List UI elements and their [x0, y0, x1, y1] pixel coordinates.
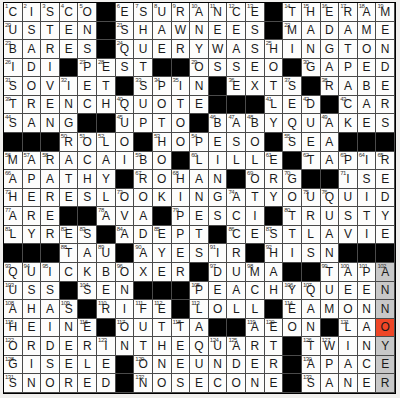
- grid-cell[interactable]: 107Q: [302, 282, 321, 301]
- grid-cell[interactable]: A: [321, 374, 340, 393]
- grid-cell[interactable]: 52L: [97, 133, 116, 152]
- grid-cell[interactable]: O: [153, 374, 172, 393]
- grid-cell[interactable]: 63P: [339, 152, 358, 171]
- grid-cell[interactable]: T: [153, 319, 172, 338]
- grid-cell[interactable]: U: [134, 319, 153, 338]
- grid-cell[interactable]: 11N: [209, 3, 228, 22]
- grid-cell[interactable]: 95I: [41, 263, 60, 282]
- grid-cell[interactable]: 97D: [209, 263, 228, 282]
- grid-cell[interactable]: 100A: [339, 263, 358, 282]
- grid-cell[interactable]: T: [190, 226, 209, 245]
- grid-cell[interactable]: 49A: [321, 114, 340, 133]
- grid-cell[interactable]: D: [321, 22, 340, 41]
- grid-cell[interactable]: 19M: [376, 3, 395, 22]
- grid-cell[interactable]: E: [358, 374, 377, 393]
- grid-cell[interactable]: S: [209, 207, 228, 226]
- grid-cell[interactable]: N: [358, 300, 377, 319]
- grid-cell[interactable]: R: [172, 263, 191, 282]
- grid-cell[interactable]: D: [23, 59, 42, 78]
- grid-cell[interactable]: E: [246, 59, 265, 78]
- grid-cell[interactable]: 82E: [60, 226, 79, 245]
- grid-cell[interactable]: S: [339, 207, 358, 226]
- grid-cell[interactable]: 36E: [227, 77, 246, 96]
- grid-cell[interactable]: O: [209, 300, 228, 319]
- grid-cell[interactable]: X: [246, 77, 265, 96]
- grid-cell[interactable]: H: [23, 300, 42, 319]
- grid-cell[interactable]: O: [153, 152, 172, 171]
- grid-cell[interactable]: I: [116, 300, 135, 319]
- grid-cell[interactable]: 122O: [4, 337, 23, 356]
- grid-cell[interactable]: H: [78, 170, 97, 189]
- grid-cell[interactable]: N: [41, 114, 60, 133]
- grid-cell[interactable]: A: [302, 22, 321, 41]
- grid-cell[interactable]: E: [23, 319, 42, 338]
- grid-cell[interactable]: S: [41, 282, 60, 301]
- grid-cell[interactable]: T: [339, 40, 358, 59]
- grid-cell[interactable]: 116E: [78, 319, 97, 338]
- grid-cell[interactable]: 22M: [283, 22, 302, 41]
- grid-cell[interactable]: 51O: [78, 133, 97, 152]
- grid-cell[interactable]: D: [97, 374, 116, 393]
- grid-cell[interactable]: U: [321, 207, 340, 226]
- grid-cell[interactable]: 87S: [265, 226, 284, 245]
- grid-cell[interactable]: A: [339, 356, 358, 375]
- grid-cell[interactable]: L: [227, 152, 246, 171]
- grid-cell[interactable]: 28E: [97, 59, 116, 78]
- grid-cell[interactable]: 69O: [246, 170, 265, 189]
- grid-cell[interactable]: H: [97, 96, 116, 115]
- grid-cell[interactable]: 6E: [116, 3, 135, 22]
- grid-cell[interactable]: 34P: [153, 77, 172, 96]
- grid-cell[interactable]: U: [302, 114, 321, 133]
- grid-cell[interactable]: C: [60, 263, 79, 282]
- grid-cell[interactable]: 64I: [358, 152, 377, 171]
- grid-cell[interactable]: R: [41, 40, 60, 59]
- grid-cell[interactable]: 16E: [321, 3, 340, 22]
- grid-cell[interactable]: U: [339, 189, 358, 208]
- grid-cell[interactable]: N: [339, 374, 358, 393]
- grid-cell[interactable]: O: [376, 319, 395, 338]
- grid-cell[interactable]: 30G: [302, 59, 321, 78]
- grid-cell[interactable]: 93Q: [4, 263, 23, 282]
- grid-cell[interactable]: S: [227, 133, 246, 152]
- grid-cell[interactable]: E: [60, 22, 79, 41]
- grid-cell[interactable]: E: [41, 207, 60, 226]
- grid-cell[interactable]: A: [190, 170, 209, 189]
- grid-cell[interactable]: 73O: [116, 189, 135, 208]
- grid-cell[interactable]: A: [190, 319, 209, 338]
- grid-cell[interactable]: O: [23, 77, 42, 96]
- grid-cell[interactable]: A: [358, 96, 377, 115]
- grid-cell[interactable]: 24Q: [116, 40, 135, 59]
- grid-cell[interactable]: T: [60, 170, 79, 189]
- grid-cell[interactable]: 7S: [134, 3, 153, 22]
- grid-cell[interactable]: L: [97, 189, 116, 208]
- grid-cell[interactable]: 131S: [4, 374, 23, 393]
- grid-cell[interactable]: N: [116, 337, 135, 356]
- grid-cell[interactable]: N: [376, 282, 395, 301]
- grid-cell[interactable]: E: [23, 189, 42, 208]
- grid-cell[interactable]: 117O: [116, 319, 135, 338]
- grid-cell[interactable]: L: [227, 300, 246, 319]
- grid-cell[interactable]: 29O: [190, 59, 209, 78]
- grid-cell[interactable]: E: [339, 282, 358, 301]
- grid-cell[interactable]: O: [172, 114, 191, 133]
- grid-cell[interactable]: I: [358, 226, 377, 245]
- grid-cell[interactable]: 2I: [23, 3, 42, 22]
- grid-cell[interactable]: 66A: [4, 170, 23, 189]
- grid-cell[interactable]: E: [190, 96, 209, 115]
- grid-cell[interactable]: I: [209, 152, 228, 171]
- grid-cell[interactable]: E: [209, 133, 228, 152]
- grid-cell[interactable]: N: [116, 282, 135, 301]
- grid-cell[interactable]: C: [246, 282, 265, 301]
- grid-cell[interactable]: I: [41, 319, 60, 338]
- grid-cell[interactable]: A: [227, 40, 246, 59]
- grid-cell[interactable]: N: [376, 300, 395, 319]
- grid-cell[interactable]: K: [339, 114, 358, 133]
- grid-cell[interactable]: 54P: [190, 133, 209, 152]
- grid-cell[interactable]: N: [302, 40, 321, 59]
- grid-cell[interactable]: 104S: [78, 282, 97, 301]
- grid-cell[interactable]: I: [283, 244, 302, 263]
- grid-cell[interactable]: P: [134, 114, 153, 133]
- grid-cell[interactable]: E: [246, 356, 265, 375]
- grid-cell[interactable]: 31S: [4, 77, 23, 96]
- grid-cell[interactable]: S: [302, 244, 321, 263]
- grid-cell[interactable]: A: [265, 263, 284, 282]
- grid-cell[interactable]: 62T: [302, 152, 321, 171]
- grid-cell[interactable]: 85E: [153, 226, 172, 245]
- grid-cell[interactable]: 80T: [283, 207, 302, 226]
- grid-cell[interactable]: 92H: [265, 244, 284, 263]
- grid-cell[interactable]: U: [190, 356, 209, 375]
- grid-cell[interactable]: V: [116, 207, 135, 226]
- grid-cell[interactable]: I: [41, 59, 60, 78]
- grid-cell[interactable]: L: [246, 152, 265, 171]
- grid-cell[interactable]: 33S: [134, 77, 153, 96]
- grid-cell[interactable]: R: [23, 96, 42, 115]
- grid-cell[interactable]: 130A: [302, 356, 321, 375]
- grid-cell[interactable]: 21S: [116, 22, 135, 41]
- grid-cell[interactable]: 83S: [78, 226, 97, 245]
- grid-cell[interactable]: E: [153, 40, 172, 59]
- grid-cell[interactable]: 110R: [97, 300, 116, 319]
- grid-cell[interactable]: R: [172, 40, 191, 59]
- grid-cell[interactable]: H: [153, 337, 172, 356]
- grid-cell[interactable]: Y: [376, 337, 395, 356]
- grid-cell[interactable]: E: [78, 77, 97, 96]
- grid-cell[interactable]: 23B: [4, 40, 23, 59]
- grid-cell[interactable]: 120E: [265, 319, 284, 338]
- grid-cell[interactable]: O: [153, 170, 172, 189]
- grid-cell[interactable]: O: [283, 189, 302, 208]
- grid-cell[interactable]: O: [358, 40, 377, 59]
- grid-cell[interactable]: C: [209, 374, 228, 393]
- grid-cell[interactable]: 105P: [190, 282, 209, 301]
- grid-cell[interactable]: O: [227, 374, 246, 393]
- grid-cell[interactable]: M: [321, 300, 340, 319]
- grid-cell[interactable]: 127W: [321, 337, 340, 356]
- grid-cell[interactable]: S: [358, 170, 377, 189]
- grid-cell[interactable]: 58R: [41, 152, 60, 171]
- grid-cell[interactable]: L: [246, 300, 265, 319]
- grid-cell[interactable]: E: [60, 189, 79, 208]
- grid-cell[interactable]: 106Y: [283, 282, 302, 301]
- grid-cell[interactable]: 12C: [227, 3, 246, 22]
- grid-cell[interactable]: O: [153, 96, 172, 115]
- grid-cell[interactable]: 129O: [134, 356, 153, 375]
- grid-cell[interactable]: C: [78, 96, 97, 115]
- grid-cell[interactable]: 109S: [60, 300, 79, 319]
- grid-cell[interactable]: 20U: [4, 22, 23, 41]
- grid-cell[interactable]: 88T: [60, 244, 79, 263]
- grid-cell[interactable]: E: [358, 59, 377, 78]
- grid-cell[interactable]: N: [23, 374, 42, 393]
- grid-cell[interactable]: T: [97, 77, 116, 96]
- grid-cell[interactable]: 101P: [358, 263, 377, 282]
- grid-cell[interactable]: I: [283, 40, 302, 59]
- grid-cell[interactable]: A: [23, 114, 42, 133]
- grid-cell[interactable]: T: [246, 189, 265, 208]
- grid-cell[interactable]: E: [60, 356, 79, 375]
- grid-cell[interactable]: 37S: [283, 77, 302, 96]
- grid-cell[interactable]: 102A: [376, 263, 395, 282]
- grid-cell[interactable]: A: [41, 170, 60, 189]
- grid-cell[interactable]: 84A: [116, 226, 135, 245]
- grid-cell[interactable]: T: [265, 337, 284, 356]
- grid-cell[interactable]: O: [41, 374, 60, 393]
- grid-cell[interactable]: R: [23, 207, 42, 226]
- grid-cell[interactable]: O: [339, 300, 358, 319]
- grid-cell[interactable]: N: [209, 356, 228, 375]
- grid-cell[interactable]: S: [78, 40, 97, 59]
- grid-cell[interactable]: P: [172, 226, 191, 245]
- grid-cell[interactable]: A: [78, 244, 97, 263]
- grid-cell[interactable]: D: [134, 226, 153, 245]
- grid-cell[interactable]: O: [265, 59, 284, 78]
- grid-cell[interactable]: 35I: [172, 77, 191, 96]
- grid-cell[interactable]: 128G: [4, 356, 23, 375]
- grid-cell[interactable]: A: [153, 22, 172, 41]
- grid-cell[interactable]: N: [321, 244, 340, 263]
- grid-cell[interactable]: 4C: [60, 3, 79, 22]
- grid-cell[interactable]: 81L: [4, 226, 23, 245]
- grid-cell[interactable]: 126T: [302, 337, 321, 356]
- grid-cell[interactable]: R: [41, 226, 60, 245]
- grid-cell[interactable]: H: [265, 282, 284, 301]
- grid-cell[interactable]: 121L: [339, 319, 358, 338]
- grid-cell[interactable]: A: [321, 226, 340, 245]
- grid-cell[interactable]: O: [283, 319, 302, 338]
- grid-cell[interactable]: 108A: [4, 300, 23, 319]
- grid-cell[interactable]: P: [23, 170, 42, 189]
- grid-cell[interactable]: 27P: [78, 59, 97, 78]
- grid-cell[interactable]: 86C: [227, 226, 246, 245]
- grid-cell[interactable]: R: [23, 337, 42, 356]
- grid-cell[interactable]: S: [227, 59, 246, 78]
- grid-cell[interactable]: A: [321, 152, 340, 171]
- grid-cell[interactable]: E: [376, 77, 395, 96]
- grid-cell[interactable]: R: [376, 96, 395, 115]
- grid-cell[interactable]: 98M: [246, 263, 265, 282]
- grid-cell[interactable]: K: [78, 263, 97, 282]
- grid-cell[interactable]: C: [78, 152, 97, 171]
- grid-cell[interactable]: E: [190, 207, 209, 226]
- grid-cell[interactable]: R: [246, 337, 265, 356]
- grid-cell[interactable]: R: [60, 374, 79, 393]
- grid-cell[interactable]: O: [246, 133, 265, 152]
- grid-cell[interactable]: U: [227, 263, 246, 282]
- grid-cell[interactable]: 79P: [172, 207, 191, 226]
- grid-cell[interactable]: T: [41, 22, 60, 41]
- grid-cell[interactable]: 111F: [134, 300, 153, 319]
- grid-cell[interactable]: T: [153, 114, 172, 133]
- grid-cell[interactable]: 89U: [97, 244, 116, 263]
- grid-cell[interactable]: R: [41, 189, 60, 208]
- grid-cell[interactable]: 113L: [190, 300, 209, 319]
- grid-cell[interactable]: Y: [23, 226, 42, 245]
- grid-cell[interactable]: A: [60, 152, 79, 171]
- grid-cell[interactable]: E: [172, 337, 191, 356]
- grid-cell[interactable]: 50R: [60, 133, 79, 152]
- grid-cell[interactable]: U: [134, 40, 153, 59]
- grid-cell[interactable]: I: [358, 189, 377, 208]
- grid-cell[interactable]: S: [246, 40, 265, 59]
- grid-cell[interactable]: A: [134, 207, 153, 226]
- grid-cell[interactable]: S: [209, 59, 228, 78]
- grid-cell[interactable]: E: [172, 356, 191, 375]
- grid-cell[interactable]: 72H: [4, 189, 23, 208]
- grid-cell[interactable]: A: [339, 22, 358, 41]
- grid-cell[interactable]: 59B: [134, 152, 153, 171]
- grid-cell[interactable]: N: [60, 319, 79, 338]
- grid-cell[interactable]: E: [376, 170, 395, 189]
- grid-cell[interactable]: 46B: [209, 114, 228, 133]
- grid-cell[interactable]: S: [246, 22, 265, 41]
- grid-cell[interactable]: D: [376, 189, 395, 208]
- grid-cell[interactable]: O: [134, 189, 153, 208]
- grid-cell[interactable]: 57A: [23, 152, 42, 171]
- grid-cell[interactable]: D: [376, 59, 395, 78]
- grid-cell[interactable]: N: [209, 170, 228, 189]
- grid-cell[interactable]: R: [78, 337, 97, 356]
- grid-cell[interactable]: I: [23, 356, 42, 375]
- grid-cell[interactable]: 9R: [172, 3, 191, 22]
- grid-cell[interactable]: Y: [265, 114, 284, 133]
- grid-cell[interactable]: V: [41, 77, 60, 96]
- grid-cell[interactable]: L: [78, 356, 97, 375]
- grid-cell[interactable]: A: [23, 40, 42, 59]
- grid-cell[interactable]: 5O: [78, 3, 97, 22]
- grid-cell[interactable]: M: [358, 22, 377, 41]
- grid-cell[interactable]: 67R: [134, 170, 153, 189]
- grid-cell[interactable]: T: [134, 337, 153, 356]
- grid-cell[interactable]: 125A: [227, 337, 246, 356]
- grid-cell[interactable]: A: [302, 300, 321, 319]
- grid-cell[interactable]: E: [153, 263, 172, 282]
- grid-cell[interactable]: 15H: [302, 3, 321, 22]
- grid-cell[interactable]: 10A: [190, 3, 209, 22]
- grid-cell[interactable]: W: [209, 40, 228, 59]
- grid-cell[interactable]: E: [60, 337, 79, 356]
- grid-cell[interactable]: A: [358, 319, 377, 338]
- grid-cell[interactable]: G: [321, 40, 340, 59]
- grid-cell[interactable]: I: [116, 152, 135, 171]
- grid-cell[interactable]: G: [60, 114, 79, 133]
- grid-cell[interactable]: E: [172, 244, 191, 263]
- grid-cell[interactable]: B: [358, 77, 377, 96]
- grid-cell[interactable]: 26I: [4, 59, 23, 78]
- grid-cell[interactable]: S: [190, 244, 209, 263]
- grid-cell[interactable]: B: [97, 263, 116, 282]
- grid-cell[interactable]: O: [116, 133, 135, 152]
- grid-cell[interactable]: I: [339, 337, 358, 356]
- grid-cell[interactable]: A: [321, 133, 340, 152]
- grid-cell[interactable]: 40Q: [116, 96, 135, 115]
- grid-cell[interactable]: 71I: [339, 170, 358, 189]
- grid-cell[interactable]: 8U: [153, 3, 172, 22]
- grid-cell[interactable]: N: [190, 189, 209, 208]
- grid-cell[interactable]: 18A: [358, 3, 377, 22]
- grid-cell[interactable]: Y: [376, 207, 395, 226]
- grid-cell[interactable]: E: [302, 133, 321, 152]
- grid-cell[interactable]: Y: [153, 244, 172, 263]
- grid-cell[interactable]: 48B: [246, 114, 265, 133]
- grid-cell[interactable]: V: [339, 226, 358, 245]
- grid-cell[interactable]: U: [134, 96, 153, 115]
- grid-cell[interactable]: E: [209, 282, 228, 301]
- grid-cell[interactable]: I: [246, 207, 265, 226]
- grid-cell[interactable]: E: [376, 226, 395, 245]
- grid-cell[interactable]: 68H: [172, 170, 191, 189]
- grid-cell[interactable]: Y: [190, 40, 209, 59]
- grid-cell[interactable]: R: [265, 170, 284, 189]
- grid-cell[interactable]: E: [41, 96, 60, 115]
- grid-cell[interactable]: N: [153, 356, 172, 375]
- grid-cell[interactable]: 14T: [283, 3, 302, 22]
- grid-cell[interactable]: R: [376, 374, 395, 393]
- grid-cell[interactable]: 1C: [4, 3, 23, 22]
- grid-cell[interactable]: G: [209, 189, 228, 208]
- grid-cell[interactable]: C: [358, 356, 377, 375]
- grid-cell[interactable]: E: [358, 282, 377, 301]
- grid-cell[interactable]: 25H: [265, 40, 284, 59]
- grid-cell[interactable]: N: [246, 374, 265, 393]
- grid-cell[interactable]: E: [376, 22, 395, 41]
- grid-cell[interactable]: A: [227, 282, 246, 301]
- grid-cell[interactable]: H: [134, 22, 153, 41]
- grid-cell[interactable]: C: [227, 207, 246, 226]
- grid-cell[interactable]: 42D: [302, 96, 321, 115]
- grid-cell[interactable]: 38R: [321, 77, 340, 96]
- grid-cell[interactable]: S: [23, 22, 42, 41]
- grid-cell[interactable]: S: [78, 189, 97, 208]
- grid-cell[interactable]: 91I: [209, 244, 228, 263]
- grid-cell[interactable]: A: [97, 152, 116, 171]
- grid-cell[interactable]: E: [97, 282, 116, 301]
- grid-cell[interactable]: D: [227, 356, 246, 375]
- grid-cell[interactable]: N: [190, 22, 209, 41]
- grid-cell[interactable]: 39T: [4, 96, 23, 115]
- grid-cell[interactable]: A: [41, 300, 60, 319]
- grid-cell[interactable]: K: [153, 189, 172, 208]
- grid-cell[interactable]: E: [78, 374, 97, 393]
- grid-cell[interactable]: N: [302, 319, 321, 338]
- grid-cell[interactable]: E: [265, 374, 284, 393]
- grid-cell[interactable]: E: [97, 356, 116, 375]
- grid-cell[interactable]: 55S: [283, 133, 302, 152]
